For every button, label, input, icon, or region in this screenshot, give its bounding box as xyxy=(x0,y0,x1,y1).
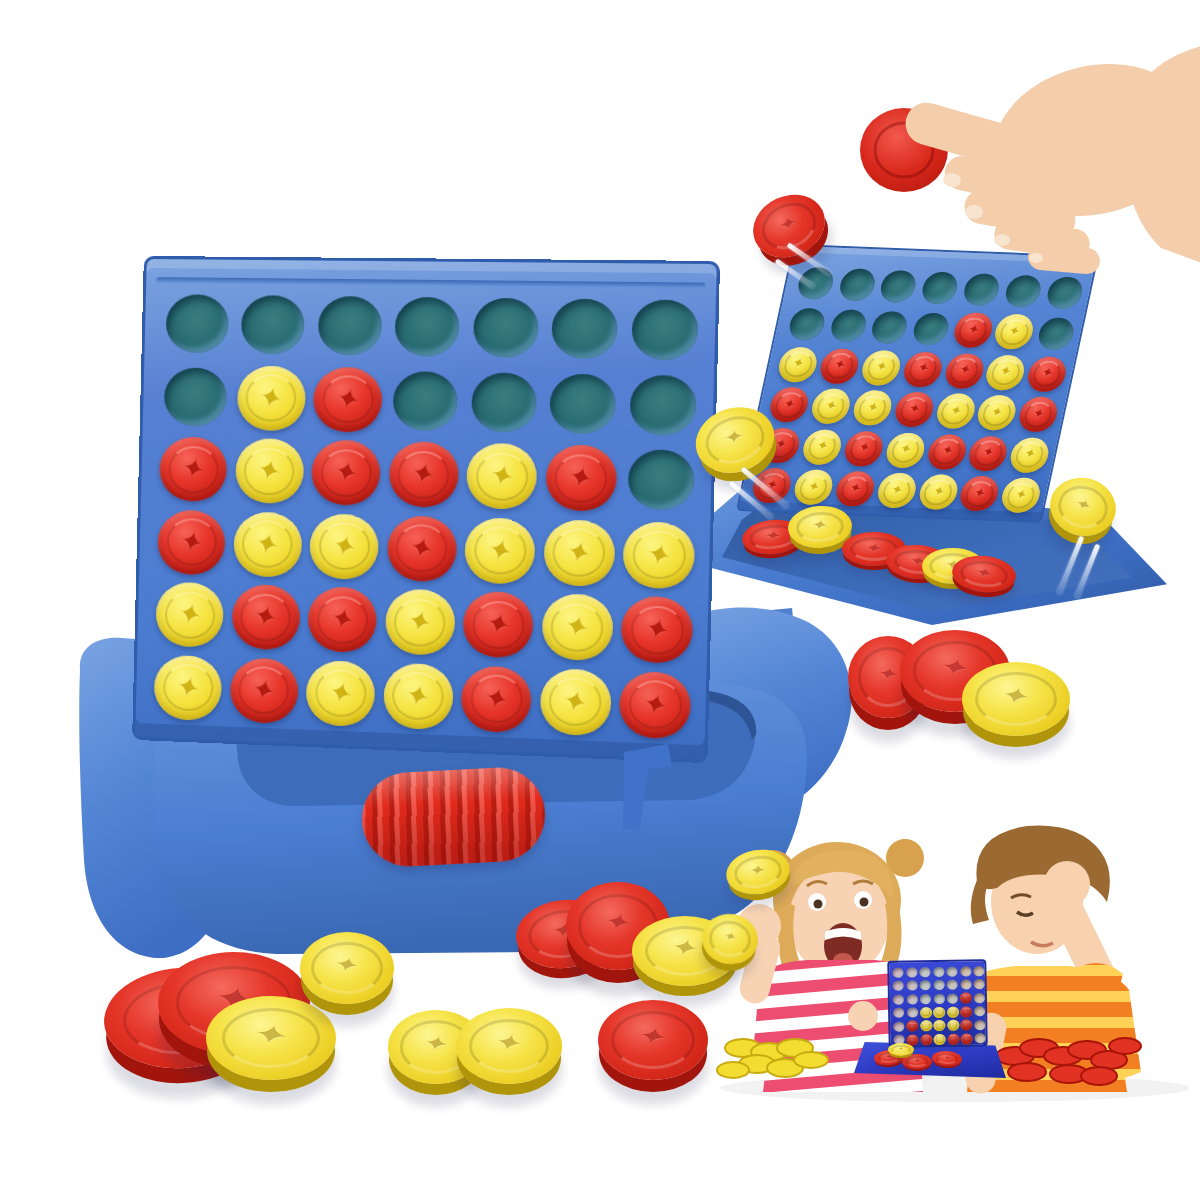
star-emboss-icon: ✦ xyxy=(897,442,914,459)
red-disc: ✦ xyxy=(960,992,972,1004)
board-cell: ✦ xyxy=(460,513,541,589)
board-cell: ✦ xyxy=(539,515,620,592)
red-disc: ✦ xyxy=(901,351,945,388)
board-cell xyxy=(892,993,906,1007)
board-cell xyxy=(464,365,545,441)
red-disc: ✦ xyxy=(619,671,692,739)
star-emboss-icon: ✦ xyxy=(329,529,360,563)
board-cell xyxy=(932,978,946,992)
yellow-disc: ✦ xyxy=(543,519,615,586)
red-disc: ✦ xyxy=(157,509,226,575)
red-disc: ✦ xyxy=(951,312,995,349)
board-cell xyxy=(892,979,906,993)
board-cell: ✦ xyxy=(155,432,232,506)
board-cell xyxy=(1039,272,1089,314)
yellow-disc: ✦ xyxy=(984,354,1028,391)
board-cell xyxy=(932,992,946,1006)
empty-hole xyxy=(961,273,1002,306)
red-disc: ✦ xyxy=(960,1006,972,1018)
star-emboss-icon: ✦ xyxy=(327,603,358,637)
product-collage: ✦✦✦✦✦✦✦✦✦✦✦✦✦✦✦✦✦✦✦✦✦✦✦✦✦✦✦✦✦ ✦✦✦✦✦✦✦✦✦✦… xyxy=(0,0,1200,1200)
empty-hole xyxy=(974,966,985,976)
star-emboss-icon: ✦ xyxy=(565,461,597,495)
empty-hole xyxy=(473,298,539,358)
yellow-disc: ✦ xyxy=(539,668,611,736)
board-cell xyxy=(1031,313,1081,355)
board-cell xyxy=(622,367,704,443)
star-emboss-icon: ✦ xyxy=(1030,406,1047,423)
star-emboss-icon: ✦ xyxy=(1039,366,1056,383)
board-cell xyxy=(946,992,960,1006)
board-cell xyxy=(624,292,706,368)
board-cell xyxy=(465,290,546,365)
empty-hole xyxy=(165,295,229,354)
star-emboss-icon: ✦ xyxy=(1013,487,1030,504)
red-disc: ✦ xyxy=(892,391,936,428)
yellow-disc: ✦ xyxy=(792,469,836,506)
red-disc: ✦ xyxy=(159,437,228,502)
board-cell xyxy=(905,992,919,1006)
empty-hole xyxy=(975,1020,986,1030)
star-emboss-icon: ✦ xyxy=(781,397,798,414)
star-emboss-icon: ✦ xyxy=(831,358,848,375)
empty-hole xyxy=(163,367,227,426)
yellow-disc: ✦ xyxy=(947,1020,959,1032)
star-emboss-icon: ✦ xyxy=(641,613,673,648)
yellow-disc: ✦ xyxy=(934,1033,946,1045)
board-cell: ✦ xyxy=(996,474,1046,516)
red-disc: ✦ xyxy=(920,1034,932,1046)
board-cell xyxy=(932,965,946,979)
star-emboss-icon: ✦ xyxy=(814,439,831,456)
star-emboss-icon: ✦ xyxy=(252,527,283,561)
board-cell: ✦ xyxy=(946,1005,960,1019)
star-emboss-icon: ✦ xyxy=(561,610,593,644)
yellow-disc: ✦ xyxy=(154,655,223,721)
board-cell: ✦ xyxy=(946,1019,960,1033)
yellow-disc: ✦ xyxy=(233,511,302,577)
star-emboss-icon: ✦ xyxy=(560,685,592,720)
board-cell xyxy=(974,1032,988,1046)
red-disc: ✦ xyxy=(833,471,877,508)
yellow-disc: ✦ xyxy=(975,395,1019,432)
board-cell xyxy=(919,979,933,993)
star-emboss-icon: ✦ xyxy=(855,440,872,457)
board-cell xyxy=(972,964,986,978)
board-cell: ✦ xyxy=(919,1006,933,1020)
yellow-disc: ✦ xyxy=(383,663,454,730)
board-cell xyxy=(959,978,973,992)
secondary-connect4-board: ✦✦✦✦✦✦✦✦✦✦✦✦✦✦✦✦✦✦✦✦✦✦✦✦✦✦✦✦✦✦ xyxy=(736,244,1099,523)
empty-hole xyxy=(627,450,694,511)
red-disc: ✦ xyxy=(957,476,1001,513)
board-cell xyxy=(542,366,623,442)
empty-hole xyxy=(893,994,904,1004)
board-cell xyxy=(945,965,959,979)
red-disc: ✦ xyxy=(1016,396,1060,433)
board-cell: ✦ xyxy=(382,511,462,587)
red-disc-kids-tray xyxy=(902,1054,932,1069)
board-cell: ✦ xyxy=(380,584,460,660)
hand-with-red-disc xyxy=(816,28,1200,278)
red-disc: ✦ xyxy=(621,596,694,664)
board-cell xyxy=(959,964,973,978)
yellow-disc-scattered xyxy=(962,662,1070,736)
star-emboss-icon: ✦ xyxy=(914,361,931,378)
board-cell xyxy=(234,288,312,362)
empty-hole xyxy=(907,1007,918,1017)
board-cell: ✦ xyxy=(537,589,618,666)
empty-hole xyxy=(629,375,696,436)
yellow-disc: ✦ xyxy=(992,314,1036,351)
empty-hole xyxy=(906,980,917,990)
red-disc: ✦ xyxy=(231,584,300,650)
board-cell: ✦ xyxy=(378,658,458,735)
board-cell: ✦ xyxy=(149,650,226,725)
board-cell: ✦ xyxy=(933,1019,947,1033)
board-cell xyxy=(946,978,960,992)
yellow-disc: ✦ xyxy=(306,660,376,727)
empty-hole xyxy=(911,312,952,345)
empty-hole xyxy=(974,979,985,989)
star-emboss-icon: ✦ xyxy=(563,536,595,570)
yellow-disc: ✦ xyxy=(920,1007,932,1019)
red-disc: ✦ xyxy=(386,515,457,582)
empty-hole xyxy=(870,311,911,344)
star-emboss-icon: ✦ xyxy=(325,676,356,710)
yellow-disc: ✦ xyxy=(385,589,456,656)
board-cell: ✦ xyxy=(540,440,621,516)
star-emboss-icon: ✦ xyxy=(481,682,512,716)
red-disc: ✦ xyxy=(947,1033,959,1045)
yellow-disc: ✦ xyxy=(156,582,225,648)
star-emboss-icon: ✦ xyxy=(484,534,515,568)
empty-hole xyxy=(1036,317,1077,350)
star-emboss-icon: ✦ xyxy=(1021,447,1038,464)
empty-hole xyxy=(894,1021,905,1031)
star-emboss-icon: ✦ xyxy=(980,445,997,462)
board-cell: ✦ xyxy=(933,1032,947,1046)
board-cell: ✦ xyxy=(906,1019,920,1033)
yellow-disc: ✦ xyxy=(466,443,537,510)
board-cell xyxy=(905,979,919,993)
board-cell: ✦ xyxy=(305,509,384,585)
board-cell xyxy=(387,290,467,365)
empty-hole xyxy=(393,371,458,431)
board-cell xyxy=(892,1020,906,1034)
empty-hole xyxy=(947,966,958,976)
empty-hole xyxy=(241,296,305,355)
yellow-disc: ✦ xyxy=(235,438,304,504)
board-cell: ✦ xyxy=(384,437,464,513)
board-cell xyxy=(157,360,234,434)
board-cell: ✦ xyxy=(959,991,973,1005)
empty-hole xyxy=(907,994,918,1004)
star-emboss-icon: ✦ xyxy=(408,458,439,492)
board-cell: ✦ xyxy=(535,663,616,740)
red-disc: ✦ xyxy=(388,442,459,508)
empty-hole xyxy=(920,967,931,977)
star-emboss-icon: ✦ xyxy=(938,443,955,460)
board-cell: ✦ xyxy=(1022,353,1072,395)
star-emboss-icon: ✦ xyxy=(643,538,675,573)
release-lever xyxy=(622,744,674,836)
star-emboss-icon: ✦ xyxy=(823,398,840,415)
red-disc: ✦ xyxy=(767,387,811,424)
star-emboss-icon: ✦ xyxy=(639,688,671,723)
empty-hole xyxy=(933,980,944,990)
board-cell xyxy=(386,363,466,438)
board-cell xyxy=(973,978,987,992)
red-disc: ✦ xyxy=(925,434,969,471)
star-emboss-icon: ✦ xyxy=(805,479,822,496)
yellow-disc: ✦ xyxy=(850,390,894,427)
star-emboss-icon: ✦ xyxy=(971,486,988,503)
kids-mini-connect4-board: ✦✦✦✦✦✦✦✦✦✦✦✦✦✦✦ xyxy=(887,959,988,1048)
yellow-disc: ✦ xyxy=(309,513,379,579)
empty-hole xyxy=(317,296,382,355)
star-emboss-icon: ✦ xyxy=(956,362,973,379)
star-emboss-icon: ✦ xyxy=(988,405,1005,422)
board-cell: ✦ xyxy=(933,1005,947,1019)
red-disc: ✦ xyxy=(966,435,1010,472)
yellow-disc: ✦ xyxy=(920,1020,932,1032)
star-emboss-icon: ✦ xyxy=(404,605,435,639)
board-cell: ✦ xyxy=(225,653,303,729)
star-emboss-icon: ✦ xyxy=(332,383,363,417)
empty-hole xyxy=(920,980,931,990)
empty-hole xyxy=(947,993,958,1003)
empty-hole xyxy=(1044,277,1085,310)
red-disc: ✦ xyxy=(961,1019,973,1031)
empty-hole xyxy=(920,994,931,1004)
yellow-disc-scattered xyxy=(300,932,394,1004)
board-cell xyxy=(973,1005,987,1019)
star-emboss-icon: ✦ xyxy=(173,671,203,705)
board-cell: ✦ xyxy=(618,517,700,594)
yellow-disc: ✦ xyxy=(933,393,977,430)
yellow-disc-kids-tray xyxy=(888,1043,914,1056)
board-cell: ✦ xyxy=(456,661,536,738)
board-cell xyxy=(906,1006,920,1020)
yellow-disc: ✦ xyxy=(464,517,535,584)
board-cell: ✦ xyxy=(960,1018,974,1032)
board-cell xyxy=(620,442,702,519)
empty-hole xyxy=(471,372,537,432)
yellow-disc: ✦ xyxy=(776,346,820,383)
board-cell xyxy=(892,1006,906,1020)
empty-hole xyxy=(1003,275,1044,308)
star-emboss-icon: ✦ xyxy=(486,459,517,493)
star-emboss-icon: ✦ xyxy=(864,400,881,417)
star-emboss-icon: ✦ xyxy=(964,322,981,339)
board-cell: ✦ xyxy=(462,439,543,515)
empty-hole xyxy=(893,967,904,977)
board-cell: ✦ xyxy=(919,1019,933,1033)
yellow-disc: ✦ xyxy=(541,594,613,662)
red-disc: ✦ xyxy=(942,353,986,390)
board-cell: ✦ xyxy=(616,591,698,669)
yellow-disc-scattered xyxy=(206,996,336,1080)
yellow-disc: ✦ xyxy=(999,477,1043,514)
board-cell: ✦ xyxy=(153,505,230,580)
empty-hole xyxy=(893,981,904,991)
star-emboss-icon: ✦ xyxy=(331,456,362,490)
empty-hole xyxy=(933,967,944,977)
board-cell: ✦ xyxy=(232,361,310,435)
board-cell xyxy=(891,966,905,980)
star-emboss-icon: ✦ xyxy=(873,359,890,376)
yellow-disc: ✦ xyxy=(237,365,306,430)
board-cell xyxy=(544,291,625,367)
yellow-disc: ✦ xyxy=(809,388,853,425)
board-cell: ✦ xyxy=(307,435,386,510)
board-cell: ✦ xyxy=(303,582,382,658)
board-cell: ✦ xyxy=(1005,434,1055,476)
empty-hole xyxy=(906,967,917,977)
board-cell: ✦ xyxy=(458,587,539,664)
star-emboss-icon: ✦ xyxy=(175,598,205,632)
board-cell xyxy=(973,1018,987,1032)
yellow-disc: ✦ xyxy=(623,521,696,589)
yellow-disc: ✦ xyxy=(947,1006,959,1018)
star-emboss-icon: ✦ xyxy=(250,600,281,634)
star-emboss-icon: ✦ xyxy=(178,453,208,486)
red-disc: ✦ xyxy=(961,1033,973,1045)
star-emboss-icon: ✦ xyxy=(482,608,513,642)
yellow-disc: ✦ xyxy=(800,429,844,466)
empty-hole xyxy=(975,1033,986,1043)
empty-hole xyxy=(947,980,958,990)
red-disc: ✦ xyxy=(545,445,617,512)
empty-hole xyxy=(828,309,869,342)
yellow-disc: ✦ xyxy=(933,1006,945,1018)
board-cell xyxy=(973,991,987,1005)
board-cell xyxy=(918,965,932,979)
red-disc: ✦ xyxy=(229,657,298,724)
empty-hole xyxy=(551,299,618,359)
red-disc-scattered xyxy=(598,1000,708,1080)
empty-hole xyxy=(550,373,617,433)
star-emboss-icon: ✦ xyxy=(947,403,964,420)
star-emboss-icon: ✦ xyxy=(403,679,434,713)
empty-hole xyxy=(974,1006,985,1016)
empty-hole xyxy=(960,966,971,976)
red-disc: ✦ xyxy=(463,591,534,658)
board-cell: ✦ xyxy=(947,1032,961,1046)
star-emboss-icon: ✦ xyxy=(906,401,923,418)
red-disc: ✦ xyxy=(313,367,383,433)
yellow-disc: ✦ xyxy=(916,474,960,511)
empty-hole xyxy=(787,308,828,341)
board-cell: ✦ xyxy=(960,1005,974,1019)
board-cell: ✦ xyxy=(151,577,228,652)
star-emboss-icon: ✦ xyxy=(406,532,437,566)
yellow-disc: ✦ xyxy=(859,349,903,386)
empty-hole xyxy=(974,993,985,1003)
board-cell xyxy=(310,289,389,364)
star-emboss-icon: ✦ xyxy=(997,364,1014,381)
yellow-disc: ✦ xyxy=(874,472,918,509)
board-cell: ✦ xyxy=(301,655,380,731)
board-cell: ✦ xyxy=(960,1032,974,1046)
red-disc: ✦ xyxy=(461,665,532,733)
yellow-disc: ✦ xyxy=(934,1020,946,1032)
star-emboss-icon: ✦ xyxy=(888,482,905,499)
empty-hole xyxy=(960,980,971,990)
red-disc: ✦ xyxy=(308,587,378,654)
empty-hole xyxy=(934,994,945,1004)
board-cell: ✦ xyxy=(227,580,305,656)
board-cell: ✦ xyxy=(614,666,696,744)
star-emboss-icon: ✦ xyxy=(254,454,285,488)
board-cell: ✦ xyxy=(920,1033,934,1047)
board-cell xyxy=(158,287,235,361)
red-disc: ✦ xyxy=(750,468,794,505)
star-emboss-icon: ✦ xyxy=(790,356,807,373)
board-cell: ✦ xyxy=(229,507,307,582)
empty-hole xyxy=(893,1008,904,1018)
board-cell: ✦ xyxy=(230,434,308,509)
red-disc: ✦ xyxy=(818,348,862,385)
star-emboss-icon: ✦ xyxy=(772,437,789,454)
yellow-disc: ✦ xyxy=(1008,437,1052,474)
board-cell: ✦ xyxy=(1013,393,1063,435)
yellow-disc: ✦ xyxy=(883,432,927,469)
star-emboss-icon: ✦ xyxy=(249,674,280,708)
board-cell: ✦ xyxy=(309,362,388,437)
red-roller xyxy=(360,765,548,868)
red-disc: ✦ xyxy=(907,1020,919,1032)
yellow-disc-scattered xyxy=(456,1008,562,1084)
red-disc: ✦ xyxy=(311,440,381,506)
star-emboss-icon: ✦ xyxy=(1006,324,1023,341)
star-emboss-icon: ✦ xyxy=(847,481,864,498)
main-connect4-board: ✦✦✦✦✦✦✦✦✦✦✦✦✦✦✦✦✦✦✦✦✦✦✦✦✦✦✦✦✦ xyxy=(132,256,720,763)
red-disc: ✦ xyxy=(842,430,886,467)
star-emboss-icon: ✦ xyxy=(256,381,287,415)
empty-hole xyxy=(631,300,698,361)
star-emboss-icon: ✦ xyxy=(176,525,206,559)
empty-hole xyxy=(395,297,460,357)
board-cell xyxy=(919,992,933,1006)
board-cell xyxy=(905,965,919,979)
star-emboss-icon: ✦ xyxy=(930,484,947,501)
red-disc: ✦ xyxy=(1025,356,1069,393)
